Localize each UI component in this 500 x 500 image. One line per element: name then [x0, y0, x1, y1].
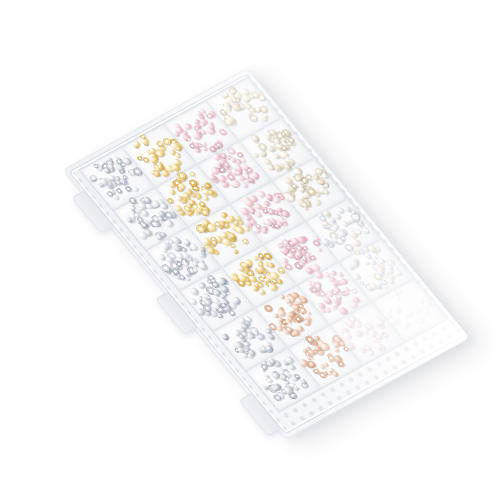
bead-sparkle	[348, 291, 351, 293]
bead-sparkle	[391, 263, 394, 265]
bead	[132, 187, 138, 192]
bead	[189, 287, 200, 296]
bead	[140, 209, 149, 217]
bead	[136, 155, 143, 161]
bead-sparkle	[376, 255, 379, 257]
bead	[338, 307, 348, 316]
bead	[360, 226, 370, 235]
bead	[226, 147, 236, 156]
bead	[331, 371, 339, 378]
bead-sparkle	[311, 177, 314, 179]
bead	[284, 263, 293, 271]
bead	[387, 278, 394, 284]
bead-sparkle	[303, 306, 306, 308]
bead	[256, 190, 266, 199]
bead-sparkle	[125, 192, 128, 194]
bead	[413, 307, 420, 313]
bead-sparkle	[210, 296, 213, 298]
bead	[263, 304, 274, 314]
bead-sparkle	[164, 161, 167, 163]
bead	[313, 270, 325, 280]
bead	[393, 295, 400, 301]
bead-sparkle	[345, 227, 348, 229]
bead-sparkle	[382, 256, 385, 258]
bead	[178, 274, 186, 280]
bead-sparkle	[194, 198, 197, 200]
bead	[233, 249, 240, 255]
bead	[202, 195, 209, 201]
bead	[218, 128, 227, 136]
bead-sparkle	[317, 359, 320, 361]
bead-sparkle	[288, 323, 291, 325]
bead	[267, 333, 276, 341]
bead	[351, 288, 358, 294]
bead	[312, 198, 322, 207]
organizer-box	[62, 68, 470, 440]
bead	[342, 331, 353, 340]
bead-sparkle	[410, 305, 413, 307]
bead-sparkle	[342, 284, 345, 286]
bead	[337, 272, 344, 278]
bead-sparkle	[227, 111, 230, 113]
bead	[188, 298, 197, 306]
bead	[189, 172, 195, 177]
bead	[141, 156, 149, 163]
bead-sparkle	[308, 247, 311, 249]
bead	[169, 189, 177, 196]
bead-sparkle	[250, 345, 253, 347]
bead	[316, 247, 322, 252]
bead-sparkle	[275, 160, 278, 162]
bead	[322, 189, 329, 195]
bead-sparkle	[344, 360, 347, 362]
bead	[228, 309, 236, 316]
bead	[116, 188, 124, 194]
bead	[267, 262, 275, 269]
bead-sparkle	[331, 351, 334, 353]
bead-sparkle	[310, 357, 313, 359]
bead-sparkle	[217, 246, 220, 248]
bead-sparkle	[316, 258, 319, 260]
bead	[306, 311, 312, 316]
bead	[330, 270, 338, 276]
bead	[288, 364, 296, 371]
bead	[352, 273, 361, 281]
product-photo-scene	[0, 0, 500, 500]
bead-sparkle	[299, 312, 302, 314]
bead-sparkle	[228, 229, 231, 231]
bead	[391, 305, 401, 314]
bead	[164, 219, 174, 228]
bead-sparkle	[275, 204, 278, 206]
bead-sparkle	[281, 303, 284, 305]
bead-sparkle	[239, 237, 242, 239]
bead-sparkle	[298, 389, 301, 391]
bead	[201, 146, 208, 152]
bead	[241, 238, 249, 245]
bead	[266, 378, 273, 384]
